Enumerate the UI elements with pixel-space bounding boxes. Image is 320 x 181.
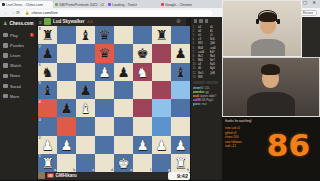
chat-message: guest: nice — [193, 102, 221, 106]
white-pawn-h2[interactable]: ♟ — [171, 136, 190, 154]
tab-favicon — [2, 3, 5, 6]
back-icon[interactable]: ← — [4, 10, 9, 15]
square-a4[interactable]: 4 — [38, 99, 57, 117]
sub-counter: 86 — [267, 127, 310, 163]
square-b3[interactable] — [57, 117, 76, 135]
draw-button[interactable] — [193, 81, 205, 85]
chat-list[interactable]: viewer1: LULpawnfan: ggmod: queen odds!!… — [193, 86, 221, 106]
resign-button[interactable] — [206, 81, 218, 85]
square-a6[interactable]: 6♞ — [38, 63, 57, 81]
browser-tab[interactable]: LiveChess - Chess.com — [0, 1, 53, 8]
black-pawn-b4[interactable]: ♟ — [57, 99, 76, 117]
sidebar-item-watch[interactable]: Watch — [0, 61, 37, 71]
tab-favicon — [161, 3, 164, 6]
sidebar-item-social[interactable]: Social — [0, 81, 37, 91]
reload-icon[interactable]: ⟳ — [16, 10, 20, 15]
tab-favicon — [108, 3, 111, 6]
square-c8[interactable]: ♝ — [76, 26, 95, 44]
square-g4[interactable] — [152, 99, 171, 117]
square-e6[interactable]: ♟ — [114, 63, 133, 81]
sidebar-item-label: Social — [10, 84, 21, 89]
board: 8♜♝♛♜7♟♛♚♟6♞♟♟♞♝5♝♟4♟♝32♟♟♟♟♟1a♜bcde♚fgh… — [38, 26, 190, 172]
square-g3[interactable] — [152, 117, 171, 135]
webcam-bottom — [222, 57, 320, 117]
square-b2[interactable]: ♟ — [57, 136, 76, 154]
top-player-captured-pieces: ♙♙ — [86, 19, 92, 24]
black-rook-g8[interactable]: ♜ — [152, 26, 171, 44]
url-text: chess.com/live — [31, 10, 57, 15]
square-a1[interactable]: 1a♜ — [38, 154, 57, 172]
square-b5[interactable] — [57, 81, 76, 99]
square-h2[interactable]: ♟ — [171, 136, 190, 154]
panel-tabs[interactable] — [194, 19, 221, 23]
square-c4[interactable]: ♝ — [76, 99, 95, 117]
square-d8[interactable]: ♛ — [95, 26, 114, 44]
square-e4[interactable] — [114, 99, 133, 117]
forward-icon[interactable]: → — [10, 10, 15, 15]
square-f4[interactable] — [133, 99, 152, 117]
feed-line: raid +12 — [225, 144, 267, 149]
sidebar-item-icon — [3, 94, 8, 99]
url-field[interactable]: 🔒 chess.com/live — [22, 10, 212, 16]
bottom-player-avatar — [38, 172, 45, 179]
square-a3[interactable]: 3 — [38, 117, 57, 135]
black-bishop-a5[interactable]: ♝ — [38, 81, 57, 99]
square-f5[interactable] — [133, 81, 152, 99]
square-h6[interactable]: ♝ — [171, 63, 190, 81]
tab-title: GM PrimePremium 2022 - Che — [59, 3, 104, 7]
white-rook-h1[interactable]: ♜ — [171, 154, 190, 172]
square-e1[interactable]: e♚ — [114, 154, 133, 172]
square-f1[interactable]: f — [133, 154, 152, 172]
square-c7[interactable] — [76, 44, 95, 62]
new-game-icon[interactable] — [194, 19, 198, 23]
square-h4[interactable] — [171, 99, 190, 117]
square-g6[interactable] — [152, 63, 171, 81]
square-f8[interactable] — [133, 26, 152, 44]
square-f3[interactable] — [133, 117, 152, 135]
square-c6[interactable] — [76, 63, 95, 81]
tab-title: Loading - Twitch — [112, 3, 137, 7]
square-f6[interactable]: ♞ — [133, 63, 152, 81]
sidebar: ♟ Chess.com Play1PuzzlesLearnWatchNewsSo… — [0, 17, 38, 180]
sidebar-item-label: Watch — [10, 63, 21, 68]
square-d7[interactable]: ♛ — [95, 44, 114, 62]
move-list[interactable]: 1.e4e62.d4d53.e5c54.c3Nc65.Nf3Qb66.Bd3cx… — [193, 25, 221, 79]
headphones-icon — [258, 10, 277, 22]
square-g1[interactable]: g — [152, 154, 171, 172]
event-feed: new sub x1gifted x5cheer 200new follower… — [225, 126, 267, 149]
overlay-header: thanks for watching! — [225, 119, 317, 123]
black-pawn-a7[interactable]: ♟ — [38, 44, 57, 62]
black-rook-a8[interactable]: ♜ — [38, 26, 57, 44]
black-pawn-h7[interactable]: ♟ — [171, 44, 190, 62]
square-b1[interactable]: b — [57, 154, 76, 172]
square-d3[interactable] — [95, 117, 114, 135]
rank-label: 3 — [39, 118, 41, 122]
sidebar-item-label: Play — [10, 33, 18, 38]
sidebar-item-label: Learn — [10, 53, 20, 58]
square-c5[interactable]: ♟ — [76, 81, 95, 99]
square-a5[interactable]: 5♝ — [38, 81, 57, 99]
square-d4[interactable] — [95, 99, 114, 117]
browser-tab[interactable]: Loading - Twitch — [106, 1, 159, 8]
white-pawn-f2[interactable]: ♟ — [133, 136, 152, 154]
menu-icon[interactable]: ≡ — [39, 19, 42, 25]
sidebar-item-puzzles[interactable]: Puzzles — [0, 40, 37, 50]
white-pawn-d6[interactable]: ♟ — [95, 63, 114, 81]
white-pawn-a2[interactable]: ♟ — [38, 136, 57, 154]
sidebar-item-icon — [3, 33, 8, 38]
square-e3[interactable] — [114, 117, 133, 135]
players-icon[interactable] — [205, 19, 209, 23]
square-g7[interactable] — [152, 44, 171, 62]
square-h3[interactable] — [171, 117, 190, 135]
square-c1[interactable]: c — [76, 154, 95, 172]
title-badge: GM — [47, 173, 54, 178]
sidebar-item-learn[interactable]: Learn — [0, 50, 37, 60]
games-icon[interactable] — [199, 19, 203, 23]
white-rook-a1[interactable]: ♜ — [38, 154, 57, 172]
webcam-top — [222, 0, 302, 57]
tab-title: LiveChess - Chess.com — [6, 3, 43, 7]
move-row[interactable]: 13.Nf6 — [193, 75, 221, 79]
top-player-avatar — [44, 18, 51, 25]
sidebar-item-news[interactable]: News — [0, 71, 37, 81]
square-c3[interactable] — [76, 117, 95, 135]
sidebar-item-play[interactable]: Play1 — [0, 30, 37, 40]
sidebar-item-more[interactable]: More — [0, 91, 37, 101]
square-e5[interactable] — [114, 81, 133, 99]
white-pawn-b2[interactable]: ♟ — [57, 136, 76, 154]
square-h5[interactable] — [171, 81, 190, 99]
square-d2[interactable] — [95, 136, 114, 154]
square-h8[interactable] — [171, 26, 190, 44]
black-bishop-h6[interactable]: ♝ — [171, 63, 190, 81]
square-c2[interactable] — [76, 136, 95, 154]
black-pawn-e6[interactable]: ♟ — [114, 63, 133, 81]
rank-label: 4 — [39, 100, 41, 104]
square-b7[interactable] — [57, 44, 76, 62]
square-g8[interactable]: ♜ — [152, 26, 171, 44]
white-king-e1[interactable]: ♚ — [114, 154, 133, 172]
square-a2[interactable]: 2♟ — [38, 136, 57, 154]
sidebar-items: Play1PuzzlesLearnWatchNewsSocialMore — [0, 30, 37, 101]
black-pawn-c5[interactable]: ♟ — [76, 81, 95, 99]
square-a7[interactable]: 7♟ — [38, 44, 57, 62]
square-f2[interactable]: ♟ — [133, 136, 152, 154]
white-pawn-g2[interactable]: ♟ — [152, 136, 171, 154]
sidebar-item-label: Puzzles — [10, 43, 24, 48]
browser-tab[interactable]: Google - Chrome — [159, 1, 212, 8]
square-h7[interactable]: ♟ — [171, 44, 190, 62]
square-b4[interactable]: ♟ — [57, 99, 76, 117]
sidebar-item-icon — [3, 84, 8, 89]
top-player-bar: ≡ Lud Skywalker ♙♙ ⚙ 2:17 — [38, 17, 206, 26]
square-b8[interactable] — [57, 26, 76, 44]
square-g2[interactable]: ♟ — [152, 136, 171, 154]
stream-overlay-panel: thanks for watching! new sub x1gifted x5… — [222, 117, 320, 180]
bottom-player-bar: GM GMHikaru 9:42 — [38, 172, 206, 181]
sidebar-item-icon — [3, 43, 8, 48]
square-f7[interactable]: ♚ — [133, 44, 152, 62]
square-h1[interactable]: h♜ — [171, 154, 190, 172]
browser-tab[interactable]: GM PrimePremium 2022 - Che — [53, 1, 106, 8]
tab-title: Google - Chrome — [165, 3, 192, 7]
notification-badge: 1 — [30, 33, 35, 38]
sidebar-item-label: News — [10, 73, 20, 78]
black-queen-d7[interactable]: ♛ — [95, 44, 114, 62]
square-e7[interactable] — [114, 44, 133, 62]
sidebar-item-icon — [3, 63, 8, 68]
chesscom-logo[interactable]: ♟ Chess.com — [0, 17, 37, 30]
square-a8[interactable]: 8♜ — [38, 26, 57, 44]
square-e2[interactable] — [114, 136, 133, 154]
square-b6[interactable] — [57, 63, 76, 81]
white-clock: 9:42 — [168, 172, 190, 180]
game-action-buttons — [193, 81, 221, 85]
square-d1[interactable]: d — [95, 154, 114, 172]
sidebar-item-icon — [3, 74, 8, 79]
white-knight-f6[interactable]: ♞ — [133, 63, 152, 81]
tab-favicon — [55, 3, 58, 6]
square-e8[interactable] — [114, 26, 133, 44]
square-d6[interactable]: ♟ — [95, 63, 114, 81]
black-bishop-c8[interactable]: ♝ — [76, 26, 95, 44]
logo-text: Chess.com — [9, 21, 33, 26]
padlock-icon: 🔒 — [25, 11, 29, 15]
black-king-f7[interactable]: ♚ — [133, 44, 152, 62]
black-knight-a6[interactable]: ♞ — [38, 63, 57, 81]
settings-gear-icon[interactable]: ⚙ — [176, 18, 180, 24]
app-window: LiveChess - Chess.comGM PrimePremium 202… — [0, 0, 320, 180]
square-d5[interactable] — [95, 81, 114, 99]
sidebar-item-icon — [3, 53, 8, 58]
sidebar-item-label: More — [10, 94, 19, 99]
white-bishop-c4[interactable]: ♝ — [76, 99, 95, 117]
bottom-player-name[interactable]: GMHikaru — [56, 173, 77, 178]
black-queen-d8[interactable]: ♛ — [95, 26, 114, 44]
top-player-name[interactable]: Lud Skywalker — [53, 19, 85, 24]
game-panel[interactable]: 1.e4e62.d4d53.e5c54.c3Nc65.Nf3Qb66.Bd3cx… — [190, 17, 222, 180]
pawn-logo-icon: ♟ — [3, 20, 7, 26]
square-g5[interactable] — [152, 81, 171, 99]
